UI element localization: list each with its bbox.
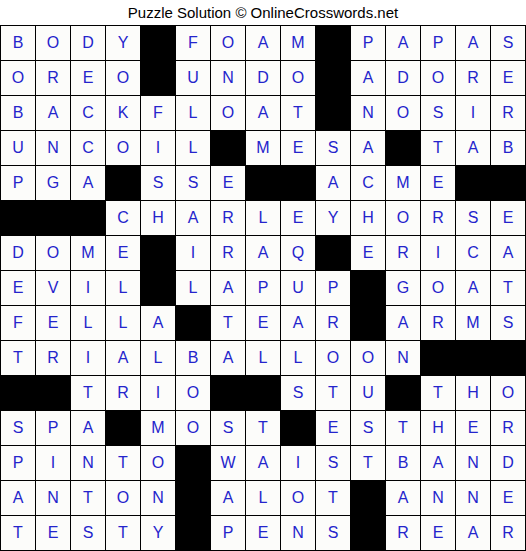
letter-cell-r9c13: R (421, 306, 455, 340)
letter-cell-r11c5: I (141, 376, 175, 410)
black-cell-r5c9 (281, 166, 315, 200)
letter-cell-r14c12: A (386, 481, 420, 515)
letter-cell-r11c3: T (71, 376, 105, 410)
letter-cell-r11c6: O (176, 376, 210, 410)
letter-cell-r13c7: W (211, 446, 245, 480)
letter-cell-r2c9: O (281, 61, 315, 95)
letter-cell-r5c13: E (421, 166, 455, 200)
letter-cell-r7c11: E (351, 236, 385, 270)
letter-cell-r9c14: M (456, 306, 490, 340)
black-cell-r13c6 (176, 446, 210, 480)
letter-cell-r13c1: P (1, 446, 35, 480)
letter-cell-r2c2: R (36, 61, 70, 95)
black-cell-r11c8 (246, 376, 280, 410)
letter-cell-r6c14: S (456, 201, 490, 235)
black-cell-r10c13 (421, 341, 455, 375)
letter-cell-r12c5: M (141, 411, 175, 445)
letter-cell-r3c14: I (456, 96, 490, 130)
letter-cell-r8c13: O (421, 271, 455, 305)
letter-cell-r14c7: A (211, 481, 245, 515)
letter-cell-r2c14: R (456, 61, 490, 95)
letter-cell-r9c10: R (316, 306, 350, 340)
black-cell-r12c4 (106, 411, 140, 445)
letter-cell-r6c5: H (141, 201, 175, 235)
letter-cell-r12c7: S (211, 411, 245, 445)
letter-cell-r3c8: A (246, 96, 280, 130)
letter-cell-r15c13: E (421, 516, 455, 550)
letter-cell-r13c11: T (351, 446, 385, 480)
page-title: Puzzle Solution © OnlineCrosswords.net (0, 0, 526, 25)
letter-cell-r2c12: D (386, 61, 420, 95)
letter-cell-r8c1: E (1, 271, 35, 305)
letter-cell-r3c4: K (106, 96, 140, 130)
letter-cell-r14c9: O (281, 481, 315, 515)
letter-cell-r1c15: S (491, 26, 525, 60)
letter-cell-r1c2: O (36, 26, 70, 60)
black-cell-r5c4 (106, 166, 140, 200)
black-cell-r15c11 (351, 516, 385, 550)
letter-cell-r6c11: H (351, 201, 385, 235)
black-cell-r5c8 (246, 166, 280, 200)
letter-cell-r4c2: N (36, 131, 70, 165)
letter-cell-r6c13: R (421, 201, 455, 235)
letter-cell-r14c8: L (246, 481, 280, 515)
letter-cell-r4c13: T (421, 131, 455, 165)
letter-cell-r13c12: B (386, 446, 420, 480)
letter-cell-r5c2: G (36, 166, 70, 200)
letter-cell-r10c1: T (1, 341, 35, 375)
letter-cell-r7c15: A (491, 236, 525, 270)
letter-cell-r2c1: O (1, 61, 35, 95)
letter-cell-r6c4: C (106, 201, 140, 235)
letter-cell-r12c6: O (176, 411, 210, 445)
letter-cell-r13c3: N (71, 446, 105, 480)
letter-cell-r2c3: E (71, 61, 105, 95)
puzzle-solution-page: Puzzle Solution © OnlineCrosswords.net B… (0, 0, 526, 551)
black-cell-r4c7 (211, 131, 245, 165)
letter-cell-r8c15: T (491, 271, 525, 305)
black-cell-r5c15 (491, 166, 525, 200)
letter-cell-r1c6: F (176, 26, 210, 60)
letter-cell-r8c6: L (176, 271, 210, 305)
letter-cell-r12c15: R (491, 411, 525, 445)
letter-cell-r5c1: P (1, 166, 35, 200)
letter-cell-r12c12: T (386, 411, 420, 445)
letter-cell-r6c7: R (211, 201, 245, 235)
letter-cell-r10c10: O (316, 341, 350, 375)
letter-cell-r15c5: Y (141, 516, 175, 550)
letter-cell-r15c4: T (106, 516, 140, 550)
letter-cell-r8c2: V (36, 271, 70, 305)
letter-cell-r15c15: R (491, 516, 525, 550)
letter-cell-r11c13: T (421, 376, 455, 410)
letter-cell-r10c7: A (211, 341, 245, 375)
letter-cell-r15c7: P (211, 516, 245, 550)
black-cell-r15c6 (176, 516, 210, 550)
black-cell-r7c10 (316, 236, 350, 270)
letter-cell-r15c12: R (386, 516, 420, 550)
letter-cell-r3c2: A (36, 96, 70, 130)
black-cell-r3c10 (316, 96, 350, 130)
letter-cell-r13c8: A (246, 446, 280, 480)
letter-cell-r12c8: T (246, 411, 280, 445)
letter-cell-r2c13: O (421, 61, 455, 95)
letter-cell-r15c8: E (246, 516, 280, 550)
letter-cell-r7c13: I (421, 236, 455, 270)
letter-cell-r9c4: L (106, 306, 140, 340)
black-cell-r11c12 (386, 376, 420, 410)
letter-cell-r1c12: A (386, 26, 420, 60)
letter-cell-r10c3: I (71, 341, 105, 375)
black-cell-r6c2 (36, 201, 70, 235)
letter-cell-r9c3: L (71, 306, 105, 340)
letter-cell-r11c10: T (316, 376, 350, 410)
letter-cell-r10c8: L (246, 341, 280, 375)
letter-cell-r12c13: H (421, 411, 455, 445)
letter-cell-r14c3: T (71, 481, 105, 515)
letter-cell-r4c3: C (71, 131, 105, 165)
letter-cell-r7c9: Q (281, 236, 315, 270)
letter-cell-r11c9: S (281, 376, 315, 410)
black-cell-r11c7 (211, 376, 245, 410)
letter-cell-r10c6: B (176, 341, 210, 375)
letter-cell-r2c6: U (176, 61, 210, 95)
letter-cell-r14c10: T (316, 481, 350, 515)
letter-cell-r1c13: P (421, 26, 455, 60)
letter-cell-r12c14: E (456, 411, 490, 445)
black-cell-r2c5 (141, 61, 175, 95)
letter-cell-r1c11: P (351, 26, 385, 60)
letter-cell-r7c4: E (106, 236, 140, 270)
letter-cell-r6c15: E (491, 201, 525, 235)
black-cell-r1c5 (141, 26, 175, 60)
black-cell-r6c1 (1, 201, 35, 235)
letter-cell-r5c10: A (316, 166, 350, 200)
letter-cell-r13c4: T (106, 446, 140, 480)
black-cell-r14c11 (351, 481, 385, 515)
letter-cell-r4c11: A (351, 131, 385, 165)
letter-cell-r14c15: E (491, 481, 525, 515)
letter-cell-r12c10: E (316, 411, 350, 445)
black-cell-r8c11 (351, 271, 385, 305)
letter-cell-r10c12: N (386, 341, 420, 375)
letter-cell-r7c8: A (246, 236, 280, 270)
letter-cell-r2c4: O (106, 61, 140, 95)
letter-cell-r3c7: O (211, 96, 245, 130)
letter-cell-r11c4: R (106, 376, 140, 410)
letter-cell-r7c3: M (71, 236, 105, 270)
black-cell-r1c10 (316, 26, 350, 60)
letter-cell-r15c14: A (456, 516, 490, 550)
letter-cell-r11c11: U (351, 376, 385, 410)
letter-cell-r1c8: A (246, 26, 280, 60)
letter-cell-r3c9: T (281, 96, 315, 130)
letter-cell-r10c5: L (141, 341, 175, 375)
black-cell-r5c14 (456, 166, 490, 200)
letter-cell-r10c4: A (106, 341, 140, 375)
letter-cell-r1c3: D (71, 26, 105, 60)
letter-cell-r9c9: A (281, 306, 315, 340)
letter-cell-r3c12: O (386, 96, 420, 130)
letter-cell-r9c12: A (386, 306, 420, 340)
black-cell-r4c12 (386, 131, 420, 165)
black-cell-r11c2 (36, 376, 70, 410)
letter-cell-r1c14: A (456, 26, 490, 60)
letter-cell-r9c7: T (211, 306, 245, 340)
letter-cell-r12c1: S (1, 411, 35, 445)
letter-cell-r10c2: R (36, 341, 70, 375)
black-cell-r6c3 (71, 201, 105, 235)
letter-cell-r8c12: G (386, 271, 420, 305)
black-cell-r14c6 (176, 481, 210, 515)
letter-cell-r5c6: S (176, 166, 210, 200)
letter-cell-r12c3: A (71, 411, 105, 445)
letter-cell-r15c2: E (36, 516, 70, 550)
letter-cell-r1c4: Y (106, 26, 140, 60)
letter-cell-r13c10: S (316, 446, 350, 480)
letter-cell-r9c15: S (491, 306, 525, 340)
letter-cell-r5c3: A (71, 166, 105, 200)
letter-cell-r13c5: O (141, 446, 175, 480)
letter-cell-r7c6: I (176, 236, 210, 270)
black-cell-r12c9 (281, 411, 315, 445)
letter-cell-r11c14: H (456, 376, 490, 410)
letter-cell-r9c2: E (36, 306, 70, 340)
letter-cell-r3c5: F (141, 96, 175, 130)
letter-cell-r3c3: C (71, 96, 105, 130)
letter-cell-r7c1: D (1, 236, 35, 270)
letter-cell-r6c9: E (281, 201, 315, 235)
letter-cell-r12c2: P (36, 411, 70, 445)
letter-cell-r13c14: N (456, 446, 490, 480)
letter-cell-r5c11: C (351, 166, 385, 200)
black-cell-r2c10 (316, 61, 350, 95)
letter-cell-r8c8: P (246, 271, 280, 305)
letter-cell-r6c8: L (246, 201, 280, 235)
letter-cell-r8c4: L (106, 271, 140, 305)
crossword-grid: BODYFOAMPAPASOREOUNDOADOREBACKFLOATNOSIR… (0, 25, 526, 551)
letter-cell-r1c7: O (211, 26, 245, 60)
letter-cell-r4c5: I (141, 131, 175, 165)
letter-cell-r5c5: S (141, 166, 175, 200)
letter-cell-r2c15: E (491, 61, 525, 95)
black-cell-r10c14 (456, 341, 490, 375)
letter-cell-r6c10: Y (316, 201, 350, 235)
letter-cell-r4c10: S (316, 131, 350, 165)
letter-cell-r8c7: A (211, 271, 245, 305)
letter-cell-r4c14: A (456, 131, 490, 165)
letter-cell-r6c12: O (386, 201, 420, 235)
letter-cell-r11c15: O (491, 376, 525, 410)
letter-cell-r13c9: I (281, 446, 315, 480)
letter-cell-r8c10: P (316, 271, 350, 305)
letter-cell-r15c1: T (1, 516, 35, 550)
letter-cell-r8c3: I (71, 271, 105, 305)
letter-cell-r3c1: B (1, 96, 35, 130)
letter-cell-r14c2: N (36, 481, 70, 515)
letter-cell-r4c1: U (1, 131, 35, 165)
letter-cell-r9c8: E (246, 306, 280, 340)
letter-cell-r14c1: A (1, 481, 35, 515)
letter-cell-r8c14: A (456, 271, 490, 305)
letter-cell-r7c7: R (211, 236, 245, 270)
letter-cell-r1c9: M (281, 26, 315, 60)
black-cell-r9c6 (176, 306, 210, 340)
letter-cell-r5c7: E (211, 166, 245, 200)
letter-cell-r13c15: D (491, 446, 525, 480)
black-cell-r11c1 (1, 376, 35, 410)
black-cell-r7c5 (141, 236, 175, 270)
letter-cell-r7c12: R (386, 236, 420, 270)
letter-cell-r8c9: U (281, 271, 315, 305)
letter-cell-r2c7: N (211, 61, 245, 95)
letter-cell-r4c8: M (246, 131, 280, 165)
letter-cell-r1c1: B (1, 26, 35, 60)
letter-cell-r13c2: I (36, 446, 70, 480)
letter-cell-r2c8: D (246, 61, 280, 95)
letter-cell-r13c13: A (421, 446, 455, 480)
letter-cell-r3c6: L (176, 96, 210, 130)
letter-cell-r15c10: S (316, 516, 350, 550)
letter-cell-r6c6: A (176, 201, 210, 235)
letter-cell-r2c11: A (351, 61, 385, 95)
letter-cell-r9c1: F (1, 306, 35, 340)
letter-cell-r9c5: A (141, 306, 175, 340)
letter-cell-r7c2: O (36, 236, 70, 270)
letter-cell-r14c5: N (141, 481, 175, 515)
letter-cell-r3c15: R (491, 96, 525, 130)
letter-cell-r4c15: B (491, 131, 525, 165)
letter-cell-r14c14: N (456, 481, 490, 515)
letter-cell-r7c14: C (456, 236, 490, 270)
black-cell-r9c11 (351, 306, 385, 340)
letter-cell-r4c4: O (106, 131, 140, 165)
letter-cell-r4c6: L (176, 131, 210, 165)
letter-cell-r3c11: N (351, 96, 385, 130)
letter-cell-r14c4: O (106, 481, 140, 515)
black-cell-r10c15 (491, 341, 525, 375)
letter-cell-r3c13: S (421, 96, 455, 130)
letter-cell-r14c13: N (421, 481, 455, 515)
black-cell-r8c5 (141, 271, 175, 305)
letter-cell-r10c11: O (351, 341, 385, 375)
letter-cell-r15c3: S (71, 516, 105, 550)
letter-cell-r10c9: L (281, 341, 315, 375)
letter-cell-r15c9: N (281, 516, 315, 550)
letter-cell-r5c12: M (386, 166, 420, 200)
letter-cell-r4c9: E (281, 131, 315, 165)
letter-cell-r12c11: S (351, 411, 385, 445)
